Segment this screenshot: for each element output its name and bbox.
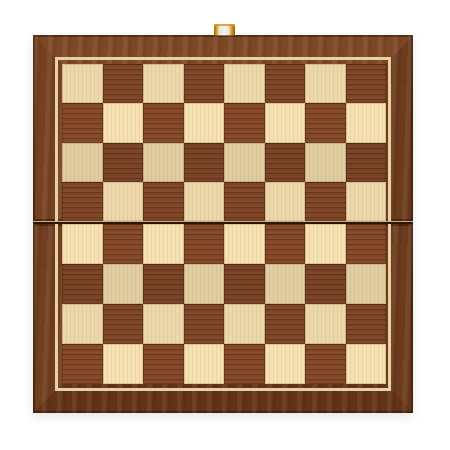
square-c1[interactable] [143, 344, 184, 384]
square-b3[interactable] [103, 264, 144, 304]
square-f7[interactable] [265, 103, 306, 142]
square-g4[interactable] [305, 224, 346, 264]
square-d5[interactable] [184, 182, 225, 221]
square-d1[interactable] [184, 344, 225, 384]
board-grid-bottom [62, 224, 386, 384]
board-top-half [33, 35, 413, 221]
square-b6[interactable] [103, 143, 144, 182]
square-h5[interactable] [346, 182, 387, 221]
square-b1[interactable] [103, 344, 144, 384]
brass-clasp [214, 24, 235, 36]
square-h6[interactable] [346, 143, 387, 182]
square-d8[interactable] [184, 64, 225, 103]
square-a8[interactable] [62, 64, 103, 103]
square-h7[interactable] [346, 103, 387, 142]
square-e8[interactable] [224, 64, 265, 103]
square-h4[interactable] [346, 224, 387, 264]
square-f1[interactable] [265, 344, 306, 384]
square-c3[interactable] [143, 264, 184, 304]
square-e2[interactable] [224, 304, 265, 344]
square-c6[interactable] [143, 143, 184, 182]
square-c5[interactable] [143, 182, 184, 221]
square-b5[interactable] [103, 182, 144, 221]
square-b2[interactable] [103, 304, 144, 344]
square-e4[interactable] [224, 224, 265, 264]
square-g6[interactable] [305, 143, 346, 182]
square-h3[interactable] [346, 264, 387, 304]
square-a1[interactable] [62, 344, 103, 384]
square-a6[interactable] [62, 143, 103, 182]
square-h1[interactable] [346, 344, 387, 384]
square-f8[interactable] [265, 64, 306, 103]
square-e6[interactable] [224, 143, 265, 182]
square-f2[interactable] [265, 304, 306, 344]
square-g7[interactable] [305, 103, 346, 142]
square-h2[interactable] [346, 304, 387, 344]
square-a4[interactable] [62, 224, 103, 264]
square-e7[interactable] [224, 103, 265, 142]
square-e3[interactable] [224, 264, 265, 304]
square-g1[interactable] [305, 344, 346, 384]
photo-background [0, 0, 450, 450]
square-a5[interactable] [62, 182, 103, 221]
chess-box [33, 35, 413, 413]
square-c4[interactable] [143, 224, 184, 264]
square-d3[interactable] [184, 264, 225, 304]
square-d6[interactable] [184, 143, 225, 182]
square-g5[interactable] [305, 182, 346, 221]
square-g3[interactable] [305, 264, 346, 304]
square-b8[interactable] [103, 64, 144, 103]
square-e1[interactable] [224, 344, 265, 384]
square-c2[interactable] [143, 304, 184, 344]
square-c7[interactable] [143, 103, 184, 142]
square-e5[interactable] [224, 182, 265, 221]
square-f3[interactable] [265, 264, 306, 304]
square-a7[interactable] [62, 103, 103, 142]
board-grid-top [62, 64, 386, 221]
square-b4[interactable] [103, 224, 144, 264]
square-f6[interactable] [265, 143, 306, 182]
square-f4[interactable] [265, 224, 306, 264]
square-c8[interactable] [143, 64, 184, 103]
square-d2[interactable] [184, 304, 225, 344]
square-b7[interactable] [103, 103, 144, 142]
square-h8[interactable] [346, 64, 387, 103]
square-a2[interactable] [62, 304, 103, 344]
square-g2[interactable] [305, 304, 346, 344]
square-d7[interactable] [184, 103, 225, 142]
square-d4[interactable] [184, 224, 225, 264]
square-g8[interactable] [305, 64, 346, 103]
square-f5[interactable] [265, 182, 306, 221]
board-bottom-half [33, 224, 413, 413]
square-a3[interactable] [62, 264, 103, 304]
